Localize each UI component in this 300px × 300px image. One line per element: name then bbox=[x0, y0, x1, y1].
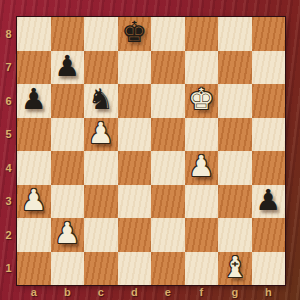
square-c1[interactable] bbox=[84, 252, 118, 286]
square-e3[interactable] bbox=[151, 185, 185, 219]
square-a8[interactable] bbox=[17, 17, 51, 51]
file-label-b: b bbox=[51, 283, 85, 300]
white-pawn[interactable]: ♟ bbox=[88, 117, 114, 150]
black-knight[interactable]: ♞ bbox=[88, 83, 114, 116]
square-c3[interactable] bbox=[84, 185, 118, 219]
square-e5[interactable] bbox=[151, 118, 185, 152]
square-h4[interactable] bbox=[252, 151, 286, 185]
rank-label-1: 1 bbox=[0, 252, 17, 286]
square-h7[interactable] bbox=[252, 51, 286, 85]
rank-label-3: 3 bbox=[0, 185, 17, 219]
black-pawn[interactable]: ♟ bbox=[54, 50, 80, 83]
rank-label-5: 5 bbox=[0, 118, 17, 152]
square-f7[interactable] bbox=[185, 51, 219, 85]
square-f6[interactable]: ♚ bbox=[185, 84, 219, 118]
square-d7[interactable] bbox=[118, 51, 152, 85]
square-f3[interactable] bbox=[185, 185, 219, 219]
square-b1[interactable] bbox=[51, 252, 85, 286]
rank-label-4: 4 bbox=[0, 151, 17, 185]
square-d3[interactable] bbox=[118, 185, 152, 219]
white-pawn[interactable]: ♟ bbox=[54, 217, 80, 250]
rank-label-2: 2 bbox=[0, 218, 17, 252]
square-f5[interactable] bbox=[185, 118, 219, 152]
file-label-c: c bbox=[84, 283, 118, 300]
square-c7[interactable] bbox=[84, 51, 118, 85]
square-e1[interactable] bbox=[151, 252, 185, 286]
white-bishop[interactable]: ♝ bbox=[222, 251, 248, 284]
square-g1[interactable]: ♝ bbox=[218, 252, 252, 286]
square-c6[interactable]: ♞ bbox=[84, 84, 118, 118]
chess-diagram: 87654321 abcdefgh ♚♟♟♞♚♟♟♟♟♟♝ bbox=[0, 0, 300, 300]
square-a7[interactable] bbox=[17, 51, 51, 85]
square-a4[interactable] bbox=[17, 151, 51, 185]
file-label-g: g bbox=[218, 283, 252, 300]
rank-label-8: 8 bbox=[0, 17, 17, 51]
square-g5[interactable] bbox=[218, 118, 252, 152]
black-king[interactable]: ♚ bbox=[121, 16, 147, 49]
square-e4[interactable] bbox=[151, 151, 185, 185]
square-e8[interactable] bbox=[151, 17, 185, 51]
file-label-e: e bbox=[151, 283, 185, 300]
file-label-h: h bbox=[252, 283, 286, 300]
square-e7[interactable] bbox=[151, 51, 185, 85]
square-h6[interactable] bbox=[252, 84, 286, 118]
file-label-d: d bbox=[118, 283, 152, 300]
chess-board[interactable]: ♚♟♟♞♚♟♟♟♟♟♝ bbox=[17, 17, 285, 285]
file-labels: abcdefgh bbox=[17, 283, 285, 300]
black-pawn[interactable]: ♟ bbox=[21, 83, 47, 116]
square-g3[interactable] bbox=[218, 185, 252, 219]
square-f2[interactable] bbox=[185, 218, 219, 252]
square-b4[interactable] bbox=[51, 151, 85, 185]
square-h1[interactable] bbox=[252, 252, 286, 286]
square-b6[interactable] bbox=[51, 84, 85, 118]
square-g8[interactable] bbox=[218, 17, 252, 51]
square-c2[interactable] bbox=[84, 218, 118, 252]
white-pawn[interactable]: ♟ bbox=[188, 150, 214, 183]
square-h8[interactable] bbox=[252, 17, 286, 51]
square-d8[interactable]: ♚ bbox=[118, 17, 152, 51]
white-king[interactable]: ♚ bbox=[188, 83, 214, 116]
square-b3[interactable] bbox=[51, 185, 85, 219]
white-pawn[interactable]: ♟ bbox=[21, 184, 47, 217]
square-h3[interactable]: ♟ bbox=[252, 185, 286, 219]
square-d6[interactable] bbox=[118, 84, 152, 118]
square-g6[interactable] bbox=[218, 84, 252, 118]
square-b2[interactable]: ♟ bbox=[51, 218, 85, 252]
square-c5[interactable]: ♟ bbox=[84, 118, 118, 152]
square-d2[interactable] bbox=[118, 218, 152, 252]
black-pawn[interactable]: ♟ bbox=[255, 184, 281, 217]
square-h2[interactable] bbox=[252, 218, 286, 252]
rank-labels: 87654321 bbox=[0, 17, 17, 285]
square-h5[interactable] bbox=[252, 118, 286, 152]
square-a6[interactable]: ♟ bbox=[17, 84, 51, 118]
square-c8[interactable] bbox=[84, 17, 118, 51]
square-c4[interactable] bbox=[84, 151, 118, 185]
square-f1[interactable] bbox=[185, 252, 219, 286]
square-f8[interactable] bbox=[185, 17, 219, 51]
square-g4[interactable] bbox=[218, 151, 252, 185]
square-a1[interactable] bbox=[17, 252, 51, 286]
square-f4[interactable]: ♟ bbox=[185, 151, 219, 185]
file-label-f: f bbox=[185, 283, 219, 300]
square-d5[interactable] bbox=[118, 118, 152, 152]
square-g2[interactable] bbox=[218, 218, 252, 252]
square-g7[interactable] bbox=[218, 51, 252, 85]
square-e2[interactable] bbox=[151, 218, 185, 252]
square-b5[interactable] bbox=[51, 118, 85, 152]
square-e6[interactable] bbox=[151, 84, 185, 118]
square-d1[interactable] bbox=[118, 252, 152, 286]
rank-label-7: 7 bbox=[0, 51, 17, 85]
square-b8[interactable] bbox=[51, 17, 85, 51]
square-d4[interactable] bbox=[118, 151, 152, 185]
square-a2[interactable] bbox=[17, 218, 51, 252]
file-label-a: a bbox=[17, 283, 51, 300]
square-a3[interactable]: ♟ bbox=[17, 185, 51, 219]
rank-label-6: 6 bbox=[0, 84, 17, 118]
square-b7[interactable]: ♟ bbox=[51, 51, 85, 85]
square-a5[interactable] bbox=[17, 118, 51, 152]
